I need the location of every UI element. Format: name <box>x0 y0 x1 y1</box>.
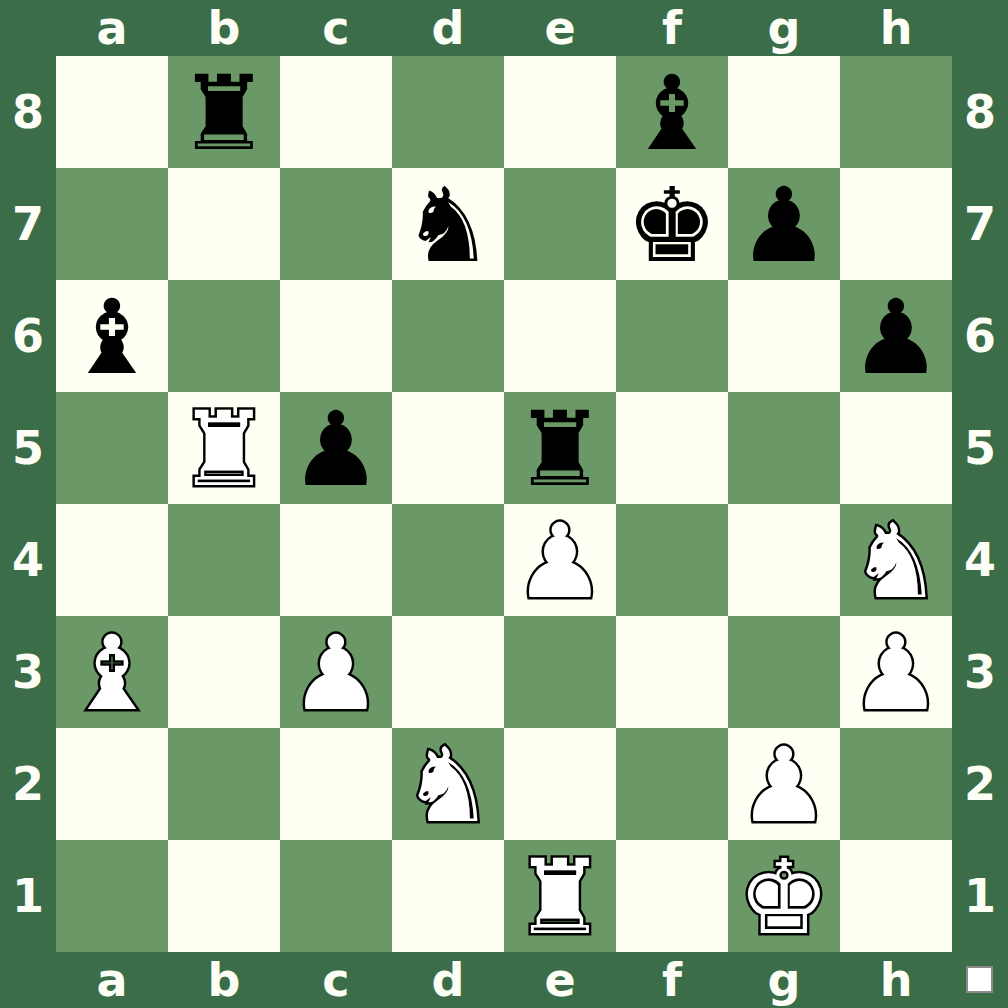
rank-label-3: 3 <box>0 616 56 728</box>
rank-label-3: 3 <box>952 616 1008 728</box>
file-label-d: d <box>392 952 504 1008</box>
white-pawn[interactable]: ♟ <box>504 505 616 617</box>
file-label-d: d <box>392 0 504 56</box>
file-label-c: c <box>280 952 392 1008</box>
black-pawn[interactable]: ♟ <box>840 281 952 393</box>
square-b2[interactable] <box>168 728 280 840</box>
file-labels-bottom: abcdefgh <box>56 952 952 1008</box>
square-c6[interactable] <box>280 280 392 392</box>
white-pawn[interactable]: ♟ <box>840 617 952 729</box>
square-b6[interactable] <box>168 280 280 392</box>
square-h8[interactable] <box>840 56 952 168</box>
square-e5[interactable]: ♜ <box>504 392 616 504</box>
file-label-a: a <box>56 952 168 1008</box>
square-f8[interactable]: ♝ <box>616 56 728 168</box>
square-c8[interactable] <box>280 56 392 168</box>
rank-label-7: 7 <box>0 168 56 280</box>
square-f3[interactable] <box>616 616 728 728</box>
file-label-f: f <box>616 0 728 56</box>
square-b1[interactable] <box>168 840 280 952</box>
white-pawn[interactable]: ♟ <box>280 617 392 729</box>
square-h4[interactable]: ♞ <box>840 504 952 616</box>
square-e7[interactable] <box>504 168 616 280</box>
square-g4[interactable] <box>728 504 840 616</box>
square-b4[interactable] <box>168 504 280 616</box>
square-e2[interactable] <box>504 728 616 840</box>
square-e1[interactable]: ♜ <box>504 840 616 952</box>
white-knight[interactable]: ♞ <box>392 729 504 841</box>
square-d1[interactable] <box>392 840 504 952</box>
square-a5[interactable] <box>56 392 168 504</box>
square-b8[interactable]: ♜ <box>168 56 280 168</box>
chess-board: ♜♝♞♚♟♝♟♜♟♜♟♞♝♟♟♞♟♜♚ <box>56 56 952 952</box>
square-e8[interactable] <box>504 56 616 168</box>
square-a1[interactable] <box>56 840 168 952</box>
rank-label-7: 7 <box>952 168 1008 280</box>
square-c7[interactable] <box>280 168 392 280</box>
black-king[interactable]: ♚ <box>616 169 728 281</box>
rank-label-8: 8 <box>952 56 1008 168</box>
square-h7[interactable] <box>840 168 952 280</box>
black-knight[interactable]: ♞ <box>392 169 504 281</box>
square-f2[interactable] <box>616 728 728 840</box>
white-rook[interactable]: ♜ <box>168 393 280 505</box>
square-h6[interactable]: ♟ <box>840 280 952 392</box>
white-knight[interactable]: ♞ <box>840 505 952 617</box>
rank-label-5: 5 <box>952 392 1008 504</box>
square-e4[interactable]: ♟ <box>504 504 616 616</box>
square-c3[interactable]: ♟ <box>280 616 392 728</box>
square-c1[interactable] <box>280 840 392 952</box>
square-d7[interactable]: ♞ <box>392 168 504 280</box>
file-label-e: e <box>504 952 616 1008</box>
file-labels-top: abcdefgh <box>56 0 952 56</box>
file-label-b: b <box>168 0 280 56</box>
side-to-move-indicator <box>966 966 993 993</box>
black-pawn[interactable]: ♟ <box>728 169 840 281</box>
square-a4[interactable] <box>56 504 168 616</box>
file-label-g: g <box>728 952 840 1008</box>
square-f1[interactable] <box>616 840 728 952</box>
rank-label-6: 6 <box>0 280 56 392</box>
square-b5[interactable]: ♜ <box>168 392 280 504</box>
file-label-c: c <box>280 0 392 56</box>
square-g3[interactable] <box>728 616 840 728</box>
file-label-h: h <box>840 0 952 56</box>
square-g5[interactable] <box>728 392 840 504</box>
square-h2[interactable] <box>840 728 952 840</box>
rank-labels-right: 87654321 <box>952 56 1008 952</box>
white-rook[interactable]: ♜ <box>504 841 616 953</box>
square-d2[interactable]: ♞ <box>392 728 504 840</box>
square-d3[interactable] <box>392 616 504 728</box>
square-g1[interactable]: ♚ <box>728 840 840 952</box>
square-c2[interactable] <box>280 728 392 840</box>
square-g8[interactable] <box>728 56 840 168</box>
square-h5[interactable] <box>840 392 952 504</box>
black-rook[interactable]: ♜ <box>168 57 280 169</box>
rank-label-5: 5 <box>0 392 56 504</box>
rank-label-2: 2 <box>0 728 56 840</box>
square-b3[interactable] <box>168 616 280 728</box>
file-label-a: a <box>56 0 168 56</box>
rank-label-1: 1 <box>0 840 56 952</box>
rank-label-6: 6 <box>952 280 1008 392</box>
square-h3[interactable]: ♟ <box>840 616 952 728</box>
white-bishop[interactable]: ♝ <box>56 617 168 729</box>
square-f6[interactable] <box>616 280 728 392</box>
square-d6[interactable] <box>392 280 504 392</box>
square-g2[interactable]: ♟ <box>728 728 840 840</box>
black-bishop[interactable]: ♝ <box>56 281 168 393</box>
square-d5[interactable] <box>392 392 504 504</box>
rank-label-4: 4 <box>952 504 1008 616</box>
square-b7[interactable] <box>168 168 280 280</box>
square-a8[interactable] <box>56 56 168 168</box>
square-c4[interactable] <box>280 504 392 616</box>
rank-label-1: 1 <box>952 840 1008 952</box>
square-e3[interactable] <box>504 616 616 728</box>
black-bishop[interactable]: ♝ <box>616 57 728 169</box>
square-e6[interactable] <box>504 280 616 392</box>
square-a7[interactable] <box>56 168 168 280</box>
file-label-b: b <box>168 952 280 1008</box>
black-pawn[interactable]: ♟ <box>280 393 392 505</box>
file-label-g: g <box>728 0 840 56</box>
square-h1[interactable] <box>840 840 952 952</box>
square-d4[interactable] <box>392 504 504 616</box>
file-label-e: e <box>504 0 616 56</box>
square-a6[interactable]: ♝ <box>56 280 168 392</box>
square-c5[interactable]: ♟ <box>280 392 392 504</box>
square-a2[interactable] <box>56 728 168 840</box>
square-f7[interactable]: ♚ <box>616 168 728 280</box>
rank-label-2: 2 <box>952 728 1008 840</box>
square-g7[interactable]: ♟ <box>728 168 840 280</box>
square-a3[interactable]: ♝ <box>56 616 168 728</box>
white-king[interactable]: ♚ <box>728 841 840 953</box>
black-rook[interactable]: ♜ <box>504 393 616 505</box>
rank-labels-left: 87654321 <box>0 56 56 952</box>
white-pawn[interactable]: ♟ <box>728 729 840 841</box>
square-d8[interactable] <box>392 56 504 168</box>
rank-label-8: 8 <box>0 56 56 168</box>
square-f5[interactable] <box>616 392 728 504</box>
file-label-f: f <box>616 952 728 1008</box>
chess-board-frame: abcdefgh 87654321 87654321 ♜♝♞♚♟♝♟♜♟♜♟♞♝… <box>0 0 1008 1008</box>
square-f4[interactable] <box>616 504 728 616</box>
file-label-h: h <box>840 952 952 1008</box>
square-g6[interactable] <box>728 280 840 392</box>
rank-label-4: 4 <box>0 504 56 616</box>
